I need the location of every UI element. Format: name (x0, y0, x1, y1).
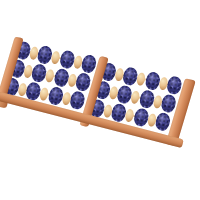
product-photo (0, 0, 200, 200)
spiky-roller (132, 107, 149, 127)
spiky-roller (47, 86, 64, 106)
foot-massage-roller (0, 36, 196, 146)
